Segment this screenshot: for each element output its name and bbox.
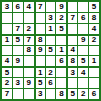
cell-r9c9-given: 6 (89, 89, 99, 99)
cell-r1c5-empty[interactable] (46, 2, 56, 12)
cell-r4c8-given: 9 (78, 35, 88, 45)
cell-r6c1-given: 4 (2, 56, 12, 66)
cell-r3c1-empty[interactable] (2, 24, 12, 34)
cell-r4c6-empty[interactable] (56, 35, 66, 45)
cell-r3c8-empty[interactable] (78, 24, 88, 34)
cell-r6c9-given: 1 (89, 56, 99, 66)
cell-r9c3-empty[interactable] (24, 89, 34, 99)
cell-r4c9-given: 2 (89, 35, 99, 45)
cell-r9c2-empty[interactable] (13, 89, 23, 99)
cell-r6c6-given: 6 (56, 56, 66, 66)
cell-r7c6-empty[interactable] (56, 67, 66, 77)
cell-r7c7-given: 3 (67, 67, 77, 77)
cell-r8c7-empty[interactable] (67, 78, 77, 88)
cell-r3c5-given: 1 (46, 24, 56, 34)
cell-r8c4-given: 5 (35, 78, 45, 88)
cell-r2c7-given: 7 (67, 13, 77, 23)
cell-r6c2-given: 9 (13, 56, 23, 66)
cell-r7c2-empty[interactable] (13, 67, 23, 77)
cell-r7c9-empty[interactable] (89, 67, 99, 77)
cell-r3c6-given: 5 (56, 24, 66, 34)
cell-r6c8-given: 5 (78, 56, 88, 66)
cell-r8c8-empty[interactable] (78, 78, 88, 88)
cell-r7c3-empty[interactable] (24, 67, 34, 77)
cell-r6c3-empty[interactable] (24, 56, 34, 66)
cell-r8c5-given: 6 (46, 78, 56, 88)
cell-r8c1-given: 2 (2, 78, 12, 88)
cell-r1c1-given: 3 (2, 2, 12, 12)
cell-r1c4-given: 7 (35, 2, 45, 12)
cell-r1c3-given: 4 (24, 2, 34, 12)
cell-r5c7-given: 4 (67, 46, 77, 56)
cell-r4c7-empty[interactable] (67, 35, 77, 45)
cell-r6c5-empty[interactable] (46, 56, 56, 66)
cell-r3c2-given: 7 (13, 24, 23, 34)
cell-r5c2-empty[interactable] (13, 46, 23, 56)
cell-r6c4-empty[interactable] (35, 56, 45, 66)
cell-r4c4-given: 8 (35, 35, 45, 45)
cell-r2c8-given: 6 (78, 13, 88, 23)
cell-r1c7-empty[interactable] (67, 2, 77, 12)
cell-r5c6-given: 1 (56, 46, 66, 56)
cell-r4c1-given: 1 (2, 35, 12, 45)
cell-r3c4-empty[interactable] (35, 24, 45, 34)
cell-r5c1-empty[interactable] (2, 46, 12, 56)
cell-r2c3-empty[interactable] (24, 13, 34, 23)
cell-r5c8-empty[interactable] (78, 46, 88, 56)
cell-r7c8-given: 4 (78, 67, 88, 77)
cell-r3c3-given: 2 (24, 24, 34, 34)
cell-r2c9-given: 8 (89, 13, 99, 23)
cell-r4c2-given: 5 (13, 35, 23, 45)
cell-r5c9-empty[interactable] (89, 46, 99, 56)
cell-r7c1-given: 5 (2, 67, 12, 77)
cell-r1c9-given: 5 (89, 2, 99, 12)
cell-r9c1-given: 7 (2, 89, 12, 99)
sudoku-board: 3647953276872154157892895144968515123423… (0, 0, 101, 101)
cell-r7c5-given: 2 (46, 67, 56, 77)
cell-r2c4-empty[interactable] (35, 13, 45, 23)
cell-r2c5-given: 3 (46, 13, 56, 23)
cell-r6c7-given: 8 (67, 56, 77, 66)
cell-r1c2-given: 6 (13, 2, 23, 12)
cell-r3c9-given: 4 (89, 24, 99, 34)
cell-r2c6-given: 2 (56, 13, 66, 23)
cell-r4c5-empty[interactable] (46, 35, 56, 45)
cell-r9c6-given: 8 (56, 89, 66, 99)
cell-r5c3-given: 8 (24, 46, 34, 56)
cell-r1c8-empty[interactable] (78, 2, 88, 12)
cell-r3c7-empty[interactable] (67, 24, 77, 34)
cell-r2c2-empty[interactable] (13, 13, 23, 23)
cell-r4c3-given: 7 (24, 35, 34, 45)
cell-r5c4-given: 9 (35, 46, 45, 56)
cell-r8c6-empty[interactable] (56, 78, 66, 88)
cell-r2c1-empty[interactable] (2, 13, 12, 23)
cell-r9c5-empty[interactable] (46, 89, 56, 99)
cell-r9c7-given: 5 (67, 89, 77, 99)
cell-r1c6-given: 9 (56, 2, 66, 12)
cell-r7c4-given: 1 (35, 67, 45, 77)
cell-r8c3-given: 9 (24, 78, 34, 88)
cell-r8c9-empty[interactable] (89, 78, 99, 88)
cell-r5c5-given: 5 (46, 46, 56, 56)
cell-r8c2-given: 3 (13, 78, 23, 88)
cell-r9c4-given: 3 (35, 89, 45, 99)
cell-r9c8-given: 2 (78, 89, 88, 99)
